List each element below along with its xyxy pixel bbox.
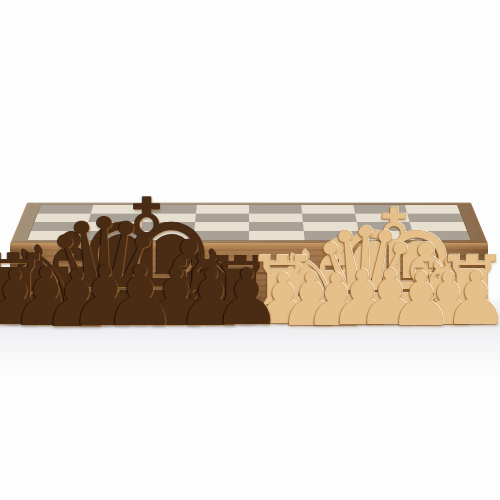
chess-piece-light-pawn: ♟ [388,263,454,337]
board-cell [249,205,302,213]
chess-piece-dark-pawn: ♟ [102,255,177,339]
product-photo-scene: ♜♞♝♛♚♝♞♜♟♟♟♟♟♟♟♟♜♞♝♛♚♝♞♜♟♟♟♟♟♟♟♟ [0,0,500,500]
chess-piece-dark-pawn: ♟ [212,259,282,337]
